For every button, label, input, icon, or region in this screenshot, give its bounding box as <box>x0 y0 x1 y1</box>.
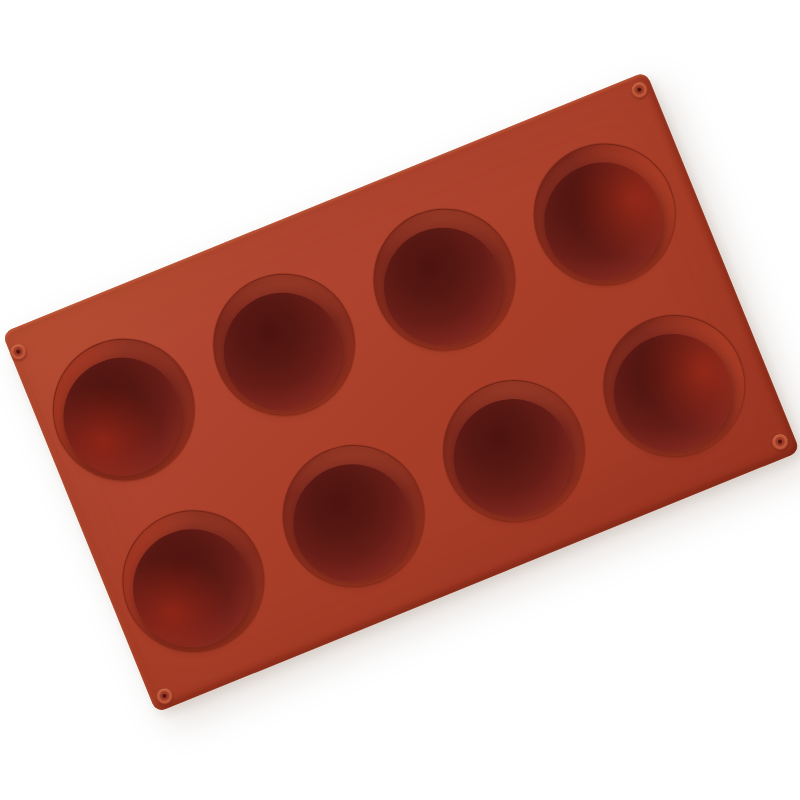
mold-cavity-r1c1 <box>31 317 216 502</box>
corner-rivet-bottom-right <box>770 432 791 453</box>
cavity-grid <box>2 79 767 678</box>
mold-cavity-r2c3 <box>422 359 607 544</box>
mold-cavity-r2c2 <box>261 424 446 609</box>
mold-cavity-r1c3 <box>352 187 537 372</box>
mold-cavity-r2c1 <box>101 489 286 674</box>
silicone-mold <box>2 72 800 713</box>
photo-canvas <box>0 0 800 800</box>
mold-cavity-r1c4 <box>512 122 697 307</box>
mold-cavity-r2c4 <box>582 293 767 478</box>
corner-rivet-bottom-left <box>154 686 175 707</box>
mold-cavity-r1c2 <box>192 252 377 437</box>
